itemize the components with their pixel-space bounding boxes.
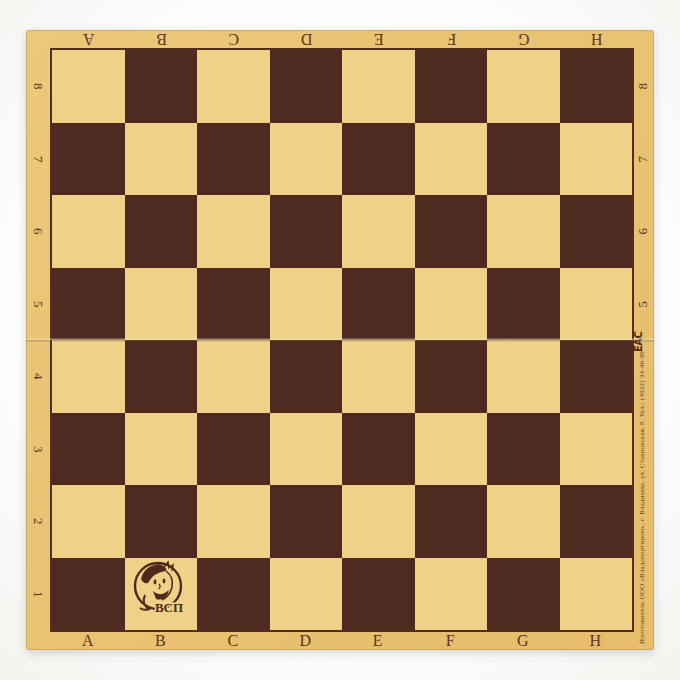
board-square-a8 xyxy=(52,50,125,123)
board-square-h4 xyxy=(560,340,633,413)
board-square-e2 xyxy=(342,485,415,558)
board-grid xyxy=(50,48,634,632)
file-label-top-c: C xyxy=(197,30,270,48)
board-square-g7 xyxy=(487,123,560,196)
board-square-c1 xyxy=(197,558,270,631)
photo-background: ABCDEFGH 87654321 8765 ABCDEFGH ВСП ЕАС … xyxy=(0,0,680,680)
board-square-g1 xyxy=(487,558,560,631)
board-square-a4 xyxy=(52,340,125,413)
board-square-a2 xyxy=(52,485,125,558)
board-square-e8 xyxy=(342,50,415,123)
nose-icon xyxy=(159,584,161,589)
file-labels-bottom: ABCDEFGH xyxy=(52,632,632,650)
board-square-b5 xyxy=(125,268,198,341)
board-square-h6 xyxy=(560,195,633,268)
board-square-c2 xyxy=(197,485,270,558)
board-square-d2 xyxy=(270,485,343,558)
board-square-f1 xyxy=(415,558,488,631)
board-square-e6 xyxy=(342,195,415,268)
board-square-d5 xyxy=(270,268,343,341)
board-square-c4 xyxy=(197,340,270,413)
board-square-g8 xyxy=(487,50,560,123)
vsp-logo: ВСП xyxy=(128,558,192,626)
board-square-h2 xyxy=(560,485,633,558)
board-square-a1 xyxy=(52,558,125,631)
file-label-top-b: B xyxy=(125,30,198,48)
board-square-a7 xyxy=(52,123,125,196)
board-square-h5 xyxy=(560,268,633,341)
board-square-e1 xyxy=(342,558,415,631)
file-label-bottom-d: D xyxy=(270,632,343,650)
file-label-top-d: D xyxy=(270,30,343,48)
file-label-bottom-e: E xyxy=(342,632,415,650)
board-square-f5 xyxy=(415,268,488,341)
file-label-bottom-a: A xyxy=(52,632,125,650)
board-square-b4 xyxy=(125,340,198,413)
board-square-g4 xyxy=(487,340,560,413)
file-label-bottom-c: C xyxy=(197,632,270,650)
file-label-top-h: H xyxy=(560,30,633,48)
board-square-c3 xyxy=(197,413,270,486)
board-square-h1 xyxy=(560,558,633,631)
file-label-top-a: A xyxy=(52,30,125,48)
board-square-b6 xyxy=(125,195,198,268)
board-square-d8 xyxy=(270,50,343,123)
board-square-e5 xyxy=(342,268,415,341)
board-square-f3 xyxy=(415,413,488,486)
eye-right xyxy=(163,579,166,584)
board-square-e7 xyxy=(342,123,415,196)
logo-text: ВСП xyxy=(155,600,183,615)
board-square-e3 xyxy=(342,413,415,486)
board-square-c6 xyxy=(197,195,270,268)
chessboard: ABCDEFGH 87654321 8765 ABCDEFGH ВСП ЕАС … xyxy=(26,30,654,650)
board-square-a6 xyxy=(52,195,125,268)
board-square-d1 xyxy=(270,558,343,631)
board-square-f6 xyxy=(415,195,488,268)
board-square-d3 xyxy=(270,413,343,486)
file-label-bottom-b: B xyxy=(125,632,198,650)
board-square-a3 xyxy=(52,413,125,486)
file-label-bottom-g: G xyxy=(487,632,560,650)
file-label-bottom-h: H xyxy=(560,632,633,650)
board-square-c8 xyxy=(197,50,270,123)
board-square-d7 xyxy=(270,123,343,196)
board-square-b8 xyxy=(125,50,198,123)
rank-labels-left: 87654321 xyxy=(26,50,50,630)
file-label-top-e: E xyxy=(342,30,415,48)
board-square-b3 xyxy=(125,413,198,486)
board-square-h8 xyxy=(560,50,633,123)
board-square-f7 xyxy=(415,123,488,196)
board-square-g2 xyxy=(487,485,560,558)
file-label-top-g: G xyxy=(487,30,560,48)
board-square-c7 xyxy=(197,123,270,196)
board-square-c5 xyxy=(197,268,270,341)
manufacturer-text: Изготовитель ООО «Владспортпром», г. Вла… xyxy=(638,348,647,644)
board-square-b7 xyxy=(125,123,198,196)
mouth-icon xyxy=(153,590,169,600)
eye-left xyxy=(154,580,157,585)
board-square-g5 xyxy=(487,268,560,341)
file-labels-top: ABCDEFGH xyxy=(52,30,632,48)
board-square-h3 xyxy=(560,413,633,486)
file-label-bottom-f: F xyxy=(415,632,488,650)
board-square-d4 xyxy=(270,340,343,413)
board-square-g6 xyxy=(487,195,560,268)
board-square-b2 xyxy=(125,485,198,558)
board-square-h7 xyxy=(560,123,633,196)
board-square-d6 xyxy=(270,195,343,268)
board-square-a5 xyxy=(52,268,125,341)
board-square-f2 xyxy=(415,485,488,558)
board-square-f4 xyxy=(415,340,488,413)
board-square-e4 xyxy=(342,340,415,413)
file-label-top-f: F xyxy=(415,30,488,48)
board-square-f8 xyxy=(415,50,488,123)
board-square-g3 xyxy=(487,413,560,486)
